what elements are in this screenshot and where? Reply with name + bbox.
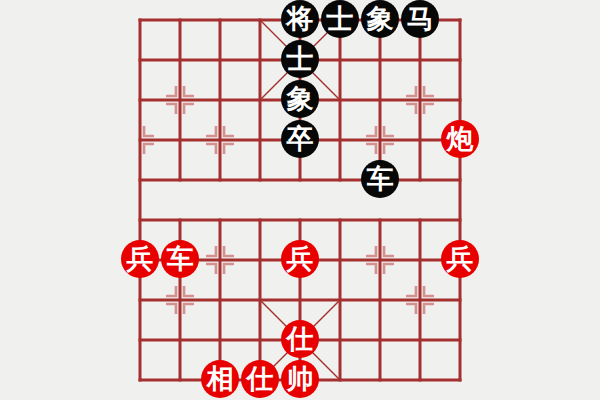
piece-black-soldier[interactable]: 卒 — [281, 120, 319, 158]
piece-red-advisor[interactable]: 仕 — [281, 320, 319, 358]
piece-red-general[interactable]: 帅 — [281, 360, 319, 398]
piece-red-advisor[interactable]: 仕 — [241, 360, 279, 398]
piece-black-advisor[interactable]: 士 — [321, 0, 359, 38]
pieces-layer: 将士象马士象卒车炮兵车兵兵仕相仕帅 — [120, 0, 480, 400]
xiangqi-board: 将士象马士象卒车炮兵车兵兵仕相仕帅 — [0, 0, 600, 400]
piece-red-soldier[interactable]: 兵 — [121, 240, 159, 278]
piece-black-chariot[interactable]: 车 — [361, 160, 399, 198]
piece-red-soldier[interactable]: 兵 — [441, 240, 479, 278]
piece-red-soldier[interactable]: 兵 — [281, 240, 319, 278]
piece-red-cannon[interactable]: 炮 — [441, 120, 479, 158]
piece-black-general[interactable]: 将 — [281, 0, 319, 38]
piece-black-elephant[interactable]: 象 — [361, 0, 399, 38]
piece-red-chariot[interactable]: 车 — [161, 240, 199, 278]
piece-red-elephant[interactable]: 相 — [201, 360, 239, 398]
piece-black-advisor[interactable]: 士 — [281, 40, 319, 78]
piece-black-elephant[interactable]: 象 — [281, 80, 319, 118]
piece-black-horse[interactable]: 马 — [401, 0, 439, 38]
